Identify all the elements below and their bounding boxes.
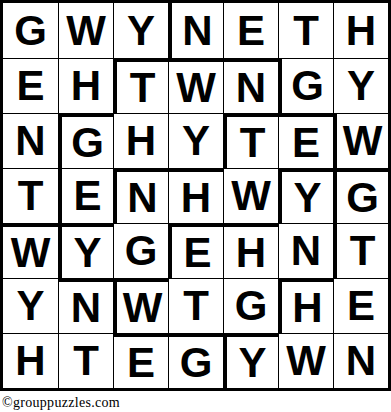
grid-cell-r1c7: H [333, 3, 388, 58]
grid-cell-r4c4: H [168, 168, 223, 223]
grid-cell-r6c7: E [333, 278, 388, 333]
grid-cell-r7c2: T [58, 333, 113, 388]
puzzle-grid: GWYNETHEHTWNGYNGHYTEWTENHWYGWYGEHNTYNWTG… [0, 0, 391, 391]
grid-cell-r1c4: N [168, 3, 223, 58]
grid-cell-r1c5: E [223, 3, 278, 58]
grid-cell-r5c6: N [278, 223, 333, 278]
grid-cell-r5c1: W [3, 223, 58, 278]
grid-cell-r2c6: G [278, 58, 333, 113]
grid-cell-r3c1: N [3, 113, 58, 168]
grid-cell-r1c3: Y [113, 3, 168, 58]
grid-cell-r3c5: T [223, 113, 278, 168]
grid-cell-r7c1: H [3, 333, 58, 388]
grid-cell-r6c4: T [168, 278, 223, 333]
grid-cell-r3c4: Y [168, 113, 223, 168]
grid-cell-r2c3: T [113, 58, 168, 113]
grid-cell-r7c5: Y [223, 333, 278, 388]
grid-cell-r6c6: H [278, 278, 333, 333]
grid-cell-r7c3: E [113, 333, 168, 388]
grid-cell-r3c3: H [113, 113, 168, 168]
grid-cell-r4c6: Y [278, 168, 333, 223]
grid-cell-r5c4: E [168, 223, 223, 278]
grid-cell-r4c1: T [3, 168, 58, 223]
grid-cell-r3c7: W [333, 113, 388, 168]
grid-cell-r7c6: W [278, 333, 333, 388]
puzzle-page: GWYNETHEHTWNGYNGHYTEWTENHWYGWYGEHNTYNWTG… [0, 0, 391, 412]
grid-cell-r4c5: W [223, 168, 278, 223]
grid-cell-r3c6: E [278, 113, 333, 168]
grid-cell-r5c2: Y [58, 223, 113, 278]
grid-cell-r2c2: H [58, 58, 113, 113]
grid-cell-r6c1: Y [3, 278, 58, 333]
copyright-text: ©grouppuzzles.com [2, 395, 391, 411]
grid-cell-r2c5: N [223, 58, 278, 113]
grid-cell-r3c2: G [58, 113, 113, 168]
grid-cell-r2c1: E [3, 58, 58, 113]
grid-cell-r4c3: N [113, 168, 168, 223]
grid-cell-r5c3: G [113, 223, 168, 278]
grid-cell-r6c2: N [58, 278, 113, 333]
grid-cell-r7c4: G [168, 333, 223, 388]
grid-cell-r6c5: G [223, 278, 278, 333]
grid-cell-r6c3: W [113, 278, 168, 333]
grid-cell-r1c1: G [3, 3, 58, 58]
grid-cell-r1c2: W [58, 3, 113, 58]
grid-cell-r1c6: T [278, 3, 333, 58]
grid-cell-r4c2: E [58, 168, 113, 223]
grid-cell-r5c5: H [223, 223, 278, 278]
grid-cell-r4c7: G [333, 168, 388, 223]
grid-cell-r2c4: W [168, 58, 223, 113]
grid-cell-r2c7: Y [333, 58, 388, 113]
grid-cell-r5c7: T [333, 223, 388, 278]
grid-cell-r7c7: N [333, 333, 388, 388]
